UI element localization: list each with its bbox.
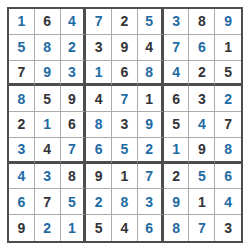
cell-r3c7[interactable]: 4 — [164, 61, 190, 87]
cell-r4c4[interactable]: 4 — [86, 86, 112, 112]
cell-r3c6[interactable]: 8 — [138, 61, 164, 87]
cell-r5c4[interactable]: 8 — [86, 112, 112, 138]
cell-r2c8[interactable]: 6 — [189, 35, 215, 61]
cell-r6c2[interactable]: 4 — [35, 138, 61, 164]
cell-r6c7[interactable]: 1 — [164, 138, 190, 164]
cell-r2c1[interactable]: 5 — [9, 35, 35, 61]
cell-r7c1[interactable]: 4 — [9, 164, 35, 190]
cell-r3c8[interactable]: 2 — [189, 61, 215, 87]
cell-r3c9[interactable]: 5 — [215, 61, 241, 87]
cell-r3c1[interactable]: 7 — [9, 61, 35, 87]
cell-r9c2[interactable]: 2 — [35, 215, 61, 241]
cell-r7c9[interactable]: 6 — [215, 164, 241, 190]
cell-r3c2[interactable]: 9 — [35, 61, 61, 87]
cell-r8c2[interactable]: 7 — [35, 189, 61, 215]
cell-r7c5[interactable]: 1 — [112, 164, 138, 190]
cell-r7c4[interactable]: 9 — [86, 164, 112, 190]
cell-r4c3[interactable]: 9 — [61, 86, 87, 112]
cell-r2c9[interactable]: 1 — [215, 35, 241, 61]
cell-r7c7[interactable]: 2 — [164, 164, 190, 190]
cell-r6c9[interactable]: 8 — [215, 138, 241, 164]
cell-r6c8[interactable]: 9 — [189, 138, 215, 164]
cell-r4c6[interactable]: 1 — [138, 86, 164, 112]
cell-r8c1[interactable]: 6 — [9, 189, 35, 215]
cell-r6c6[interactable]: 2 — [138, 138, 164, 164]
cell-r9c6[interactable]: 6 — [138, 215, 164, 241]
sudoku-page: 1647253895823947617931684258594716322168… — [0, 0, 250, 250]
cell-r1c7[interactable]: 3 — [164, 9, 190, 35]
cell-r5c3[interactable]: 6 — [61, 112, 87, 138]
cell-r1c5[interactable]: 2 — [112, 9, 138, 35]
cell-r9c1[interactable]: 9 — [9, 215, 35, 241]
cell-r4c5[interactable]: 7 — [112, 86, 138, 112]
sudoku-board: 1647253895823947617931684258594716322168… — [7, 7, 243, 243]
cell-r8c3[interactable]: 5 — [61, 189, 87, 215]
cell-r3c5[interactable]: 6 — [112, 61, 138, 87]
cell-r6c3[interactable]: 7 — [61, 138, 87, 164]
cell-r2c7[interactable]: 7 — [164, 35, 190, 61]
cell-r5c9[interactable]: 7 — [215, 112, 241, 138]
cell-r8c8[interactable]: 1 — [189, 189, 215, 215]
cell-r7c6[interactable]: 7 — [138, 164, 164, 190]
cell-r7c3[interactable]: 8 — [61, 164, 87, 190]
cell-r7c2[interactable]: 3 — [35, 164, 61, 190]
cell-r9c9[interactable]: 3 — [215, 215, 241, 241]
cell-r1c6[interactable]: 5 — [138, 9, 164, 35]
cell-r6c1[interactable]: 3 — [9, 138, 35, 164]
cell-r3c3[interactable]: 3 — [61, 61, 87, 87]
cell-r9c5[interactable]: 4 — [112, 215, 138, 241]
cell-r9c7[interactable]: 8 — [164, 215, 190, 241]
cell-r6c5[interactable]: 5 — [112, 138, 138, 164]
cell-r4c7[interactable]: 6 — [164, 86, 190, 112]
cell-r1c1[interactable]: 1 — [9, 9, 35, 35]
cell-r9c4[interactable]: 5 — [86, 215, 112, 241]
cell-r2c5[interactable]: 9 — [112, 35, 138, 61]
cell-r1c3[interactable]: 4 — [61, 9, 87, 35]
cell-r4c8[interactable]: 3 — [189, 86, 215, 112]
cell-r7c8[interactable]: 5 — [189, 164, 215, 190]
cell-r9c8[interactable]: 7 — [189, 215, 215, 241]
cell-r2c6[interactable]: 4 — [138, 35, 164, 61]
cell-r1c9[interactable]: 9 — [215, 9, 241, 35]
cell-r1c2[interactable]: 6 — [35, 9, 61, 35]
cell-r5c5[interactable]: 3 — [112, 112, 138, 138]
cell-r5c1[interactable]: 2 — [9, 112, 35, 138]
cell-r4c1[interactable]: 8 — [9, 86, 35, 112]
cell-r8c4[interactable]: 2 — [86, 189, 112, 215]
cell-r2c3[interactable]: 2 — [61, 35, 87, 61]
cell-r8c7[interactable]: 9 — [164, 189, 190, 215]
cell-r4c2[interactable]: 5 — [35, 86, 61, 112]
cell-r1c8[interactable]: 8 — [189, 9, 215, 35]
cell-r8c6[interactable]: 3 — [138, 189, 164, 215]
cell-r2c2[interactable]: 8 — [35, 35, 61, 61]
cell-r6c4[interactable]: 6 — [86, 138, 112, 164]
cell-r4c9[interactable]: 2 — [215, 86, 241, 112]
cell-r5c6[interactable]: 9 — [138, 112, 164, 138]
cell-r3c4[interactable]: 1 — [86, 61, 112, 87]
cell-r8c5[interactable]: 8 — [112, 189, 138, 215]
cell-r9c3[interactable]: 1 — [61, 215, 87, 241]
cell-r5c2[interactable]: 1 — [35, 112, 61, 138]
cell-r1c4[interactable]: 7 — [86, 9, 112, 35]
cell-r5c7[interactable]: 5 — [164, 112, 190, 138]
cell-r2c4[interactable]: 3 — [86, 35, 112, 61]
cell-r5c8[interactable]: 4 — [189, 112, 215, 138]
cell-r8c9[interactable]: 4 — [215, 189, 241, 215]
